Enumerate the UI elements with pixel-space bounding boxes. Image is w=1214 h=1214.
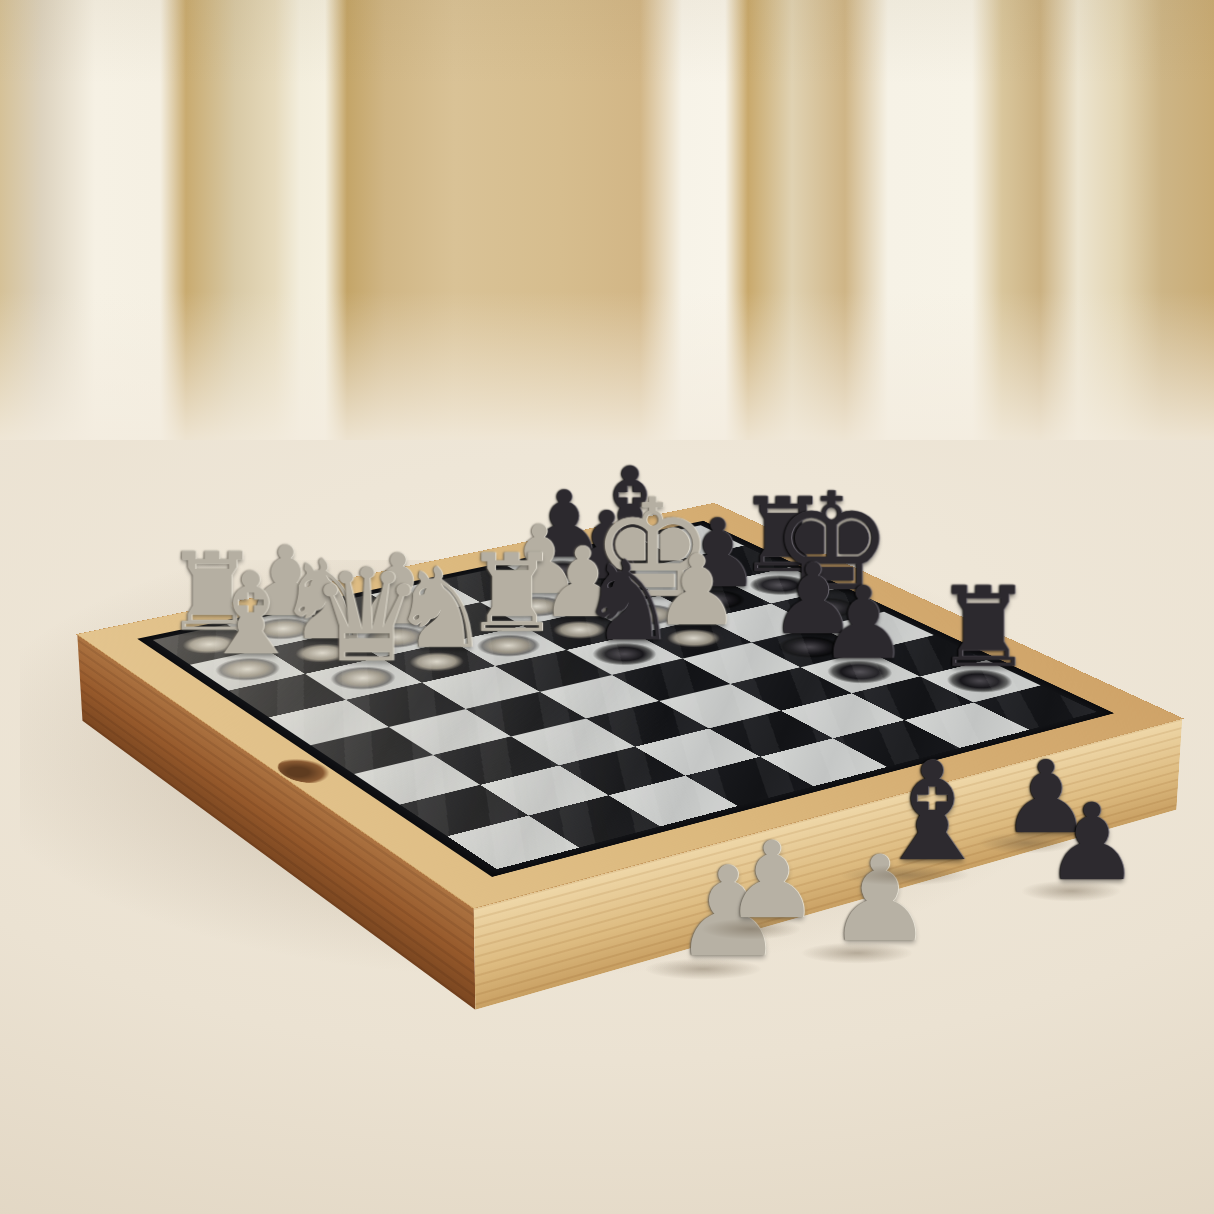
- captured-piece-black-bishop: ♝: [871, 744, 993, 880]
- captured-piece-white-pawn: ♟: [724, 828, 819, 934]
- captured-piece-black-pawn: ♟: [1044, 790, 1139, 896]
- captured-pieces: ♟♟♟♝♟♟: [0, 0, 1214, 1214]
- scene-root: ♜♟♟♝♝♞♟♟♟♛♞♜♟♚♟♜♞♟♚♟♟♜ ♟♟♟♝♟♟: [0, 0, 1214, 1214]
